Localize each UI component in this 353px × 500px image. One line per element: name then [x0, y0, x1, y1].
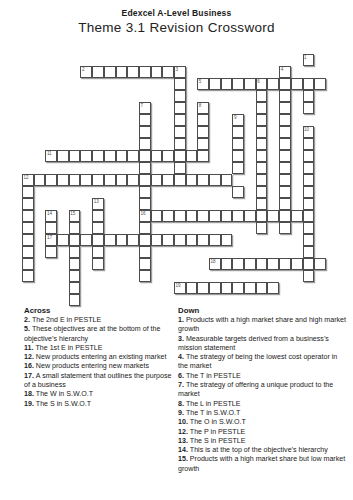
page-title: Theme 3.1 Revision Crossword [0, 20, 353, 35]
grid-cell[interactable] [209, 210, 221, 222]
grid-cell[interactable] [139, 222, 151, 234]
grid-cell[interactable]: 18 [209, 258, 221, 270]
grid-cell[interactable] [232, 258, 244, 270]
clue-number: 15. [178, 455, 190, 463]
grid-cell[interactable] [69, 222, 81, 234]
clue-item: 8. The L in PESTLE [178, 400, 348, 409]
grid-cell[interactable] [291, 78, 303, 90]
clue-item: 19. The S in S.W.O.T [24, 400, 174, 409]
clue-item: 12. The P in PESTLE [178, 428, 348, 437]
grid-cell[interactable] [139, 150, 151, 162]
grid-cell[interactable] [45, 246, 57, 258]
grid-cell[interactable] [45, 174, 57, 186]
grid-cell[interactable] [151, 234, 163, 246]
grid-cell[interactable] [279, 162, 291, 174]
clue-number: 6. [178, 372, 186, 380]
grid-cell[interactable] [232, 150, 244, 162]
clue-item: 4. The strategy of being the lowest cost… [178, 353, 348, 372]
grid-cell[interactable] [256, 162, 268, 174]
cell-number: 14 [47, 211, 52, 216]
grid-cell[interactable] [162, 210, 174, 222]
grid-cell[interactable] [104, 234, 116, 246]
grid-cell[interactable] [221, 210, 233, 222]
grid-cell[interactable] [303, 234, 315, 246]
grid-cell[interactable] [174, 138, 186, 150]
clue-item: 1. Products with a high market share and… [178, 316, 348, 335]
grid-cell[interactable] [279, 222, 291, 234]
clue-number: 19. [24, 400, 36, 408]
grid-cell[interactable] [92, 258, 104, 270]
grid-cell[interactable] [57, 174, 69, 186]
grid-cell[interactable] [267, 282, 279, 294]
grid-cell[interactable] [232, 162, 244, 174]
grid-cell[interactable] [162, 174, 174, 186]
clue-item: 18. The W in S.W.O.T [24, 390, 174, 399]
grid-cell[interactable] [186, 234, 198, 246]
grid-cell[interactable] [279, 186, 291, 198]
grid-cell[interactable] [232, 138, 244, 150]
grid-cell[interactable] [303, 162, 315, 174]
grid-cell[interactable] [279, 78, 291, 90]
grid-cell[interactable] [22, 234, 34, 246]
grid-cell[interactable] [22, 258, 34, 270]
grid-cell[interactable]: 2 [80, 66, 92, 78]
grid-cell[interactable] [127, 66, 139, 78]
grid-cell[interactable] [197, 174, 209, 186]
cell-number: 10 [304, 127, 309, 132]
down-clues-list: 1. Products with a high market share and… [178, 316, 348, 474]
grid-cell[interactable] [139, 126, 151, 138]
grid-cell[interactable]: 19 [174, 282, 186, 294]
cell-number: 12 [24, 175, 29, 180]
grid-cell[interactable] [174, 78, 186, 90]
grid-cell[interactable] [279, 126, 291, 138]
grid-cell[interactable]: 14 [45, 210, 57, 222]
clue-number: 18. [24, 390, 36, 398]
grid-cell[interactable] [256, 210, 268, 222]
cell-number: 8 [199, 103, 202, 108]
grid-cell[interactable] [279, 258, 291, 270]
grid-cell[interactable] [221, 258, 233, 270]
clue-number: 16. [24, 362, 36, 370]
grid-cell[interactable]: 9 [232, 114, 244, 126]
grid-cell[interactable]: 12 [22, 174, 34, 186]
grid-cell[interactable] [139, 186, 151, 198]
grid-cell[interactable] [116, 66, 128, 78]
grid-cell[interactable] [162, 66, 174, 78]
grid-cell[interactable] [256, 90, 268, 102]
grid-cell[interactable] [174, 90, 186, 102]
grid-cell[interactable]: 3 [174, 66, 186, 78]
cell-number: 9 [234, 115, 237, 120]
grid-cell[interactable]: 7 [139, 102, 151, 114]
grid-cell[interactable] [303, 174, 315, 186]
grid-cell[interactable] [244, 282, 256, 294]
clue-number: 12. [24, 353, 36, 361]
grid-cell[interactable] [197, 138, 209, 150]
clue-item: 10. The O in S.W.O.T [178, 418, 348, 427]
grid-cell[interactable] [139, 138, 151, 150]
crossword-grid: 12345678910111213141516171819 [22, 54, 326, 306]
grid-cell[interactable] [174, 114, 186, 126]
grid-cell[interactable] [303, 270, 315, 282]
grid-cell[interactable] [314, 78, 326, 90]
clue-number: 9. [178, 409, 186, 417]
grid-cell[interactable] [209, 174, 221, 186]
clue-number: 5. [24, 325, 32, 333]
grid-cell[interactable]: 6 [256, 78, 268, 90]
cell-number: 17 [47, 235, 52, 240]
cell-number: 6 [257, 79, 260, 84]
grid-cell[interactable] [151, 150, 163, 162]
grid-cell[interactable] [256, 138, 268, 150]
grid-cell[interactable] [22, 210, 34, 222]
grid-cell[interactable] [116, 150, 128, 162]
cell-number: 19 [175, 283, 180, 288]
grid-cell[interactable]: 4 [279, 66, 291, 78]
cell-number: 4 [281, 67, 284, 72]
grid-cell[interactable] [104, 66, 116, 78]
grid-cell[interactable] [80, 174, 92, 186]
grid-cell[interactable] [139, 162, 151, 174]
grid-cell[interactable] [303, 90, 315, 102]
grid-cell[interactable] [303, 186, 315, 198]
grid-cell[interactable] [256, 126, 268, 138]
grid-cell[interactable] [92, 234, 104, 246]
grid-cell[interactable] [256, 258, 268, 270]
clue-item: 12. New products entering an existing ma… [24, 353, 174, 362]
grid-cell[interactable] [162, 234, 174, 246]
grid-cell[interactable] [197, 234, 209, 246]
grid-cell[interactable] [57, 150, 69, 162]
clue-number: 11. [24, 344, 35, 352]
grid-cell[interactable] [174, 102, 186, 114]
grid-cell[interactable] [34, 174, 46, 186]
clue-number: 2. [24, 316, 32, 324]
grid-cell[interactable] [256, 186, 268, 198]
grid-cell[interactable] [256, 150, 268, 162]
title-block: Edexcel A-Level Business Theme 3.1 Revis… [0, 8, 353, 35]
grid-cell[interactable] [232, 282, 244, 294]
grid-cell[interactable] [244, 78, 256, 90]
clue-item: 14. This is at the top of the objective’… [178, 446, 348, 455]
grid-cell[interactable] [256, 102, 268, 114]
down-heading: Down [178, 306, 348, 315]
grid-cell[interactable] [127, 174, 139, 186]
grid-cell[interactable] [186, 150, 198, 162]
grid-cell[interactable] [256, 114, 268, 126]
grid-cell[interactable] [256, 174, 268, 186]
grid-cell[interactable] [279, 174, 291, 186]
grid-cell[interactable] [69, 150, 81, 162]
grid-cell[interactable]: 17 [45, 234, 57, 246]
clue-number: 7. [178, 381, 186, 389]
grid-cell[interactable] [303, 150, 315, 162]
grid-cell[interactable] [314, 258, 326, 270]
grid-cell[interactable] [22, 198, 34, 210]
grid-cell[interactable] [57, 234, 69, 246]
across-heading: Across [24, 306, 174, 315]
grid-cell[interactable] [232, 78, 244, 90]
page-subtitle: Edexcel A-Level Business [0, 8, 353, 18]
grid-cell[interactable]: 5 [197, 78, 209, 90]
grid-cell[interactable] [22, 186, 34, 198]
grid-cell[interactable] [139, 198, 151, 210]
grid-cell[interactable] [221, 174, 233, 186]
grid-cell[interactable] [256, 222, 268, 234]
grid-cell[interactable] [69, 234, 81, 246]
grid-cell[interactable] [197, 150, 209, 162]
grid-cell[interactable] [139, 174, 151, 186]
grid-cell[interactable]: 11 [45, 150, 57, 162]
worksheet-page: { "game": "crossword", "title": { "subti… [0, 0, 353, 500]
clue-item: 6. The T in PESTLE [178, 372, 348, 381]
clue-number: 8. [178, 400, 186, 408]
grid-cell[interactable] [151, 66, 163, 78]
cell-number: 1 [304, 55, 307, 60]
grid-cell[interactable] [174, 234, 186, 246]
grid-cell[interactable] [244, 258, 256, 270]
grid-cell[interactable] [303, 222, 315, 234]
cell-number: 11 [47, 151, 52, 156]
grid-cell[interactable] [139, 246, 151, 258]
clue-number: 10. [178, 418, 190, 426]
grid-cell[interactable] [139, 234, 151, 246]
cell-number: 13 [94, 199, 99, 204]
clue-item: 7. The strategy of offering a unique pro… [178, 381, 348, 400]
grid-cell[interactable] [279, 210, 291, 222]
clue-number: 14. [178, 446, 190, 454]
cell-number: 2 [82, 67, 85, 72]
grid-cell[interactable] [291, 258, 303, 270]
clue-number: 1. [178, 316, 186, 324]
grid-cell[interactable] [92, 222, 104, 234]
grid-cell[interactable] [151, 174, 163, 186]
grid-cell[interactable] [232, 186, 244, 198]
grid-cell[interactable] [303, 246, 315, 258]
grid-cell[interactable] [186, 174, 198, 186]
grid-cell[interactable] [244, 210, 256, 222]
cell-number: 16 [140, 211, 145, 216]
grid-cell[interactable] [232, 126, 244, 138]
grid-cell[interactable] [45, 222, 57, 234]
grid-cell[interactable] [69, 294, 81, 306]
grid-cell[interactable]: 10 [303, 126, 315, 138]
grid-cell[interactable] [279, 138, 291, 150]
grid-cell[interactable] [92, 246, 104, 258]
grid-cell[interactable] [92, 150, 104, 162]
grid-cell[interactable] [174, 150, 186, 162]
grid-cell[interactable]: 15 [69, 210, 81, 222]
grid-cell[interactable] [209, 78, 221, 90]
grid-cell[interactable] [127, 150, 139, 162]
grid-cell[interactable] [209, 234, 221, 246]
grid-cell[interactable] [139, 270, 151, 282]
cell-number: 3 [175, 67, 178, 72]
grid-cell[interactable] [80, 150, 92, 162]
grid-cell[interactable] [174, 162, 186, 174]
cell-number: 5 [199, 79, 202, 84]
grid-cell[interactable] [221, 282, 233, 294]
grid-cell[interactable] [303, 138, 315, 150]
grid-cell[interactable] [267, 258, 279, 270]
grid-cell[interactable] [22, 222, 34, 234]
clue-number: 4. [178, 353, 186, 361]
grid-cell[interactable] [279, 150, 291, 162]
grid-cell[interactable] [197, 282, 209, 294]
clue-item: 5. These objectives are at the bottom of… [24, 325, 174, 344]
cell-number: 15 [70, 211, 75, 216]
grid-cell[interactable] [221, 234, 233, 246]
grid-cell[interactable]: 8 [197, 102, 209, 114]
clue-number: 3. [178, 335, 186, 343]
grid-cell[interactable] [279, 90, 291, 102]
clue-item: 11. The 1st E in PESTLE [24, 344, 174, 353]
grid-cell[interactable] [92, 174, 104, 186]
grid-cell[interactable] [267, 210, 279, 222]
grid-cell[interactable] [116, 174, 128, 186]
grid-cell[interactable] [22, 246, 34, 258]
grid-cell[interactable] [174, 174, 186, 186]
across-clues-list: 2. The 2nd E in PESTLE5. These objective… [24, 316, 174, 409]
grid-cell[interactable] [139, 114, 151, 126]
grid-cell[interactable] [127, 234, 139, 246]
grid-cell[interactable]: 13 [92, 198, 104, 210]
clue-item: 15. Products with a high market share bu… [178, 455, 348, 474]
clue-item: 9. The T in S.W.O.T [178, 409, 348, 418]
grid-cell[interactable]: 1 [303, 54, 315, 66]
grid-cell[interactable] [221, 78, 233, 90]
grid-cell[interactable] [69, 258, 81, 270]
grid-cell[interactable] [197, 126, 209, 138]
grid-cell[interactable] [256, 198, 268, 210]
grid-cell[interactable] [69, 270, 81, 282]
grid-cell[interactable] [197, 114, 209, 126]
grid-cell[interactable] [116, 234, 128, 246]
clue-item: 17. A small statement that outlines the … [24, 372, 174, 391]
grid-cell[interactable] [256, 282, 268, 294]
grid-cell[interactable] [69, 246, 81, 258]
grid-cell[interactable] [267, 78, 279, 90]
grid-cell[interactable] [303, 198, 315, 210]
grid-cell[interactable] [104, 174, 116, 186]
grid-cell[interactable] [92, 210, 104, 222]
grid-cell[interactable] [92, 66, 104, 78]
grid-cell[interactable] [139, 258, 151, 270]
grid-cell[interactable] [139, 66, 151, 78]
grid-cell[interactable] [279, 102, 291, 114]
clue-item: 3. Measurable targets derived from a bus… [178, 335, 348, 354]
grid-cell[interactable] [162, 150, 174, 162]
grid-cell[interactable]: 16 [139, 210, 151, 222]
cell-number: 18 [211, 259, 216, 264]
grid-cell[interactable] [80, 234, 92, 246]
grid-cell[interactable] [22, 270, 34, 282]
grid-cell[interactable] [303, 102, 315, 114]
grid-cell[interactable] [197, 210, 209, 222]
clue-item: 2. The 2nd E in PESTLE [24, 316, 174, 325]
clue-number: 12. [178, 428, 190, 436]
grid-cell[interactable] [209, 282, 221, 294]
grid-cell[interactable] [279, 198, 291, 210]
down-clues-section: Down 1. Products with a high market shar… [178, 306, 348, 474]
grid-cell[interactable] [174, 210, 186, 222]
grid-cell[interactable] [186, 282, 198, 294]
grid-cell[interactable] [279, 114, 291, 126]
grid-cell[interactable] [303, 258, 315, 270]
clue-number: 13. [178, 437, 190, 445]
grid-cell[interactable] [104, 150, 116, 162]
clue-item: 13. The S in PESTLE [178, 437, 348, 446]
cell-number: 7 [140, 103, 143, 108]
grid-cell[interactable] [174, 126, 186, 138]
grid-cell[interactable] [303, 210, 315, 222]
clue-item: 16. New products entering new markets [24, 362, 174, 371]
grid-cell[interactable] [232, 210, 244, 222]
grid-cell[interactable] [69, 174, 81, 186]
across-clues-section: Across 2. The 2nd E in PESTLE5. These ob… [24, 306, 174, 409]
grid-cell[interactable] [303, 78, 315, 90]
clue-number: 17. [24, 372, 36, 380]
grid-cell[interactable] [151, 210, 163, 222]
grid-cell[interactable] [69, 282, 81, 294]
grid-cell[interactable] [291, 210, 303, 222]
grid-cell[interactable] [186, 210, 198, 222]
